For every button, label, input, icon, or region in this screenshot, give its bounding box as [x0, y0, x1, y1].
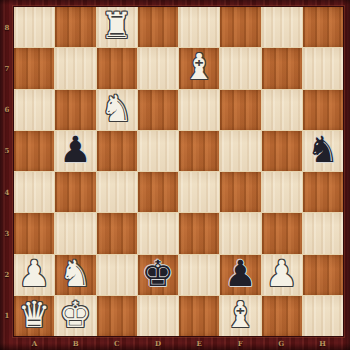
- square-c5[interactable]: [97, 131, 137, 171]
- square-f8[interactable]: [220, 7, 260, 47]
- square-g4[interactable]: [262, 172, 302, 212]
- square-b1[interactable]: ♚: [55, 296, 95, 336]
- file-label-f: F: [220, 336, 261, 350]
- square-a5[interactable]: [14, 131, 54, 171]
- rank-label-8: 8: [0, 7, 14, 48]
- square-d4[interactable]: [138, 172, 178, 212]
- rank-label-1: 1: [0, 295, 14, 336]
- chess-board-frame: 87654321 ABCDEFGH ♜♝♞♟♞♟♞♚♟♟♛♚♝: [0, 0, 350, 350]
- file-label-g: G: [261, 336, 302, 350]
- rank-labels: 87654321: [0, 7, 14, 336]
- file-label-e: E: [179, 336, 220, 350]
- square-d6[interactable]: [138, 90, 178, 130]
- square-a8[interactable]: [14, 7, 54, 47]
- square-a6[interactable]: [14, 90, 54, 130]
- square-h8[interactable]: [303, 7, 343, 47]
- square-f1[interactable]: ♝: [220, 296, 260, 336]
- square-e1[interactable]: [179, 296, 219, 336]
- square-e8[interactable]: [179, 7, 219, 47]
- piece-white-bishop: ♝: [183, 49, 215, 85]
- square-d8[interactable]: [138, 7, 178, 47]
- square-d1[interactable]: [138, 296, 178, 336]
- square-a7[interactable]: [14, 48, 54, 88]
- square-c1[interactable]: [97, 296, 137, 336]
- square-d3[interactable]: [138, 213, 178, 253]
- square-b4[interactable]: [55, 172, 95, 212]
- rank-label-7: 7: [0, 48, 14, 89]
- rank-label-5: 5: [0, 130, 14, 171]
- square-d7[interactable]: [138, 48, 178, 88]
- piece-white-knight: ♞: [100, 91, 132, 127]
- square-h4[interactable]: [303, 172, 343, 212]
- square-g3[interactable]: [262, 213, 302, 253]
- piece-white-king: ♚: [59, 297, 91, 333]
- square-b8[interactable]: [55, 7, 95, 47]
- square-d2[interactable]: ♚: [138, 255, 178, 295]
- piece-black-pawn: ♟: [59, 132, 91, 168]
- square-a3[interactable]: [14, 213, 54, 253]
- file-labels: ABCDEFGH: [14, 336, 343, 350]
- square-f2[interactable]: ♟: [220, 255, 260, 295]
- square-h5[interactable]: ♞: [303, 131, 343, 171]
- piece-black-king: ♚: [142, 256, 174, 292]
- square-h2[interactable]: [303, 255, 343, 295]
- board-inlay: ♜♝♞♟♞♟♞♚♟♟♛♚♝: [14, 7, 343, 336]
- square-e7[interactable]: ♝: [179, 48, 219, 88]
- square-g6[interactable]: [262, 90, 302, 130]
- square-f6[interactable]: [220, 90, 260, 130]
- square-e3[interactable]: [179, 213, 219, 253]
- square-c8[interactable]: ♜: [97, 7, 137, 47]
- square-b7[interactable]: [55, 48, 95, 88]
- square-a1[interactable]: ♛: [14, 296, 54, 336]
- piece-white-knight: ♞: [59, 256, 91, 292]
- square-g1[interactable]: [262, 296, 302, 336]
- file-label-c: C: [96, 336, 137, 350]
- chessboard: ♜♝♞♟♞♟♞♚♟♟♛♚♝: [14, 7, 343, 336]
- file-label-d: D: [137, 336, 178, 350]
- square-e5[interactable]: [179, 131, 219, 171]
- rank-label-4: 4: [0, 172, 14, 213]
- rank-label-6: 6: [0, 89, 14, 130]
- file-label-b: B: [55, 336, 96, 350]
- piece-white-bishop: ♝: [224, 297, 256, 333]
- piece-white-pawn: ♟: [18, 256, 50, 292]
- square-b6[interactable]: [55, 90, 95, 130]
- square-e6[interactable]: [179, 90, 219, 130]
- piece-black-pawn: ♟: [224, 256, 256, 292]
- square-d5[interactable]: [138, 131, 178, 171]
- square-f5[interactable]: [220, 131, 260, 171]
- piece-white-queen: ♛: [18, 297, 50, 333]
- square-g5[interactable]: [262, 131, 302, 171]
- square-c6[interactable]: ♞: [97, 90, 137, 130]
- square-c2[interactable]: [97, 255, 137, 295]
- file-label-h: H: [302, 336, 343, 350]
- square-b5[interactable]: ♟: [55, 131, 95, 171]
- square-c3[interactable]: [97, 213, 137, 253]
- rank-label-3: 3: [0, 213, 14, 254]
- square-c7[interactable]: [97, 48, 137, 88]
- square-c4[interactable]: [97, 172, 137, 212]
- square-g7[interactable]: [262, 48, 302, 88]
- square-g8[interactable]: [262, 7, 302, 47]
- square-f7[interactable]: [220, 48, 260, 88]
- square-h3[interactable]: [303, 213, 343, 253]
- square-h7[interactable]: [303, 48, 343, 88]
- rank-label-2: 2: [0, 254, 14, 295]
- square-b3[interactable]: [55, 213, 95, 253]
- piece-white-pawn: ♟: [265, 256, 297, 292]
- piece-white-rook: ♜: [100, 8, 132, 44]
- square-f4[interactable]: [220, 172, 260, 212]
- square-b2[interactable]: ♞: [55, 255, 95, 295]
- square-a2[interactable]: ♟: [14, 255, 54, 295]
- square-f3[interactable]: [220, 213, 260, 253]
- square-e2[interactable]: [179, 255, 219, 295]
- square-h6[interactable]: [303, 90, 343, 130]
- square-a4[interactable]: [14, 172, 54, 212]
- piece-black-knight: ♞: [307, 132, 339, 168]
- file-label-a: A: [14, 336, 55, 350]
- square-e4[interactable]: [179, 172, 219, 212]
- square-g2[interactable]: ♟: [262, 255, 302, 295]
- square-h1[interactable]: [303, 296, 343, 336]
